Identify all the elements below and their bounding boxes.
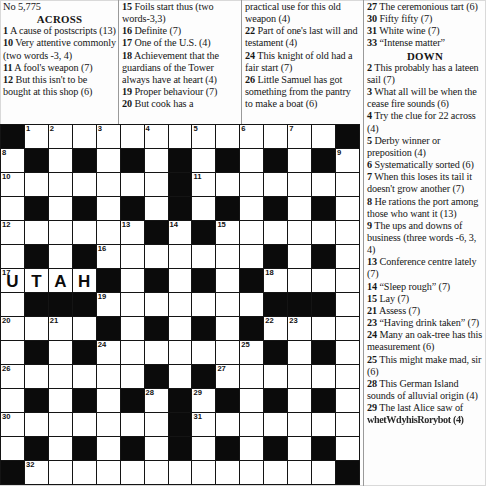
clue-column-3: practical use for this old weapon (4)22 …: [245, 1, 359, 110]
grid-cell[interactable]: [336, 341, 359, 364]
grid-cell[interactable]: [288, 245, 311, 268]
clue: 22 Part of one's last will and testament…: [245, 25, 359, 49]
grid-cell[interactable]: [97, 413, 120, 436]
grid-cell[interactable]: 4: [145, 125, 168, 148]
grid-block-cell: [25, 149, 48, 172]
grid-block-cell: [264, 389, 287, 412]
grid-block-cell: [169, 437, 192, 460]
grid-cell[interactable]: 9: [336, 149, 359, 172]
grid-cell[interactable]: T: [25, 269, 48, 292]
grid-cell[interactable]: [169, 461, 192, 484]
cell-number: 32: [26, 461, 34, 469]
grid-cell[interactable]: [216, 413, 239, 436]
grid-block-cell: [169, 197, 192, 220]
grid-cell[interactable]: 2: [49, 125, 72, 148]
grid-cell[interactable]: [97, 437, 120, 460]
grid-cell[interactable]: 18: [264, 269, 287, 292]
column-divider-2: [241, 0, 242, 124]
clue-column-1: No 5,775 ACROSS 1 A cause of postscripts…: [3, 1, 116, 98]
grid-block-cell: [73, 341, 96, 364]
cell-number: 27: [217, 365, 225, 373]
clue: 23 “Having drink taken” (7): [367, 317, 483, 329]
grid-block-cell: [1, 461, 24, 484]
grid-block-cell: [312, 389, 335, 412]
grid-cell[interactable]: [288, 149, 311, 172]
clue: 20 But cook has a: [122, 98, 238, 110]
crossword-grid: 1234567891011121314151617UTAH18192021222…: [1, 125, 359, 484]
grid-cell[interactable]: [97, 173, 120, 196]
grid-block-cell: [73, 389, 96, 412]
clue: 16 Definite (7): [122, 25, 238, 37]
clue: 31 White wine (7): [367, 25, 483, 37]
grid-cell[interactable]: [73, 221, 96, 244]
clue: 17 One of the U.S. (4): [122, 37, 238, 49]
grid-block-cell: [288, 293, 311, 316]
grid-cell[interactable]: [216, 125, 239, 148]
cell-number: 17: [2, 269, 10, 277]
grid-cell[interactable]: 3: [97, 125, 120, 148]
grid-cell[interactable]: [49, 149, 72, 172]
grid-cell[interactable]: [121, 269, 144, 292]
grid-block-cell: [312, 197, 335, 220]
across-clues-col1: 1 A cause of postscripts (13)10 Very att…: [3, 25, 116, 98]
grid-cell[interactable]: [264, 461, 287, 484]
cell-number: 7: [289, 125, 293, 133]
grid-block-cell: [216, 389, 239, 412]
cell-number: 5: [193, 125, 197, 133]
grid-cell[interactable]: 7: [288, 125, 311, 148]
grid-cell[interactable]: [288, 437, 311, 460]
clue: 11 A fool's weapon (7): [3, 62, 116, 74]
grid-cell[interactable]: [121, 461, 144, 484]
grid-block-cell: [192, 317, 215, 340]
cell-number: 10: [2, 173, 10, 181]
clue-column-4: 27 The ceremonious tart (6)30 Fifty fift…: [367, 1, 483, 485]
down-clues-col4: 2 This probably has a lateen sail (7)3 W…: [367, 62, 483, 415]
grid-cell[interactable]: 5: [192, 125, 215, 148]
clue: 1 A cause of postscripts (13): [3, 25, 116, 37]
grid-cell[interactable]: 1: [25, 125, 48, 148]
grid-cell[interactable]: 25: [240, 341, 263, 364]
grid-cell[interactable]: [145, 149, 168, 172]
grid-cell[interactable]: [73, 173, 96, 196]
grid-cell[interactable]: 23: [288, 317, 311, 340]
grid-cell[interactable]: 10: [1, 173, 24, 196]
grid-cell[interactable]: [49, 389, 72, 412]
cell-number: 4: [146, 125, 150, 133]
grid-cell[interactable]: [216, 317, 239, 340]
grid-cell[interactable]: [240, 389, 263, 412]
grid-cell[interactable]: [25, 365, 48, 388]
clue: 27 The ceremonious tart (6): [367, 1, 483, 13]
grid-block-cell: [25, 437, 48, 460]
grid-cell[interactable]: [97, 461, 120, 484]
grid-cell[interactable]: [121, 293, 144, 316]
clue: 9 The ups and downs of business (three w…: [367, 220, 483, 256]
grid-cell[interactable]: [336, 221, 359, 244]
grid-block-cell: [73, 197, 96, 220]
clue: 29 The last Alice saw of: [367, 402, 483, 414]
grid-block-cell: [73, 293, 96, 316]
grid-cell[interactable]: 19: [97, 293, 120, 316]
cell-letter: T: [31, 271, 41, 290]
grid-cell[interactable]: [240, 365, 263, 388]
cell-number: 11: [193, 173, 201, 181]
grid-cell[interactable]: [216, 245, 239, 268]
grid-cell[interactable]: 14: [169, 221, 192, 244]
grid-cell[interactable]: [336, 365, 359, 388]
grid-cell[interactable]: [97, 197, 120, 220]
grid-block-cell: [25, 341, 48, 364]
grid-cell[interactable]: [121, 365, 144, 388]
down-header: DOWN: [367, 50, 483, 62]
grid-cell[interactable]: [49, 173, 72, 196]
grid-cell[interactable]: [336, 317, 359, 340]
grid-block-cell: [121, 149, 144, 172]
grid-cell[interactable]: [240, 173, 263, 196]
grid-cell[interactable]: 31: [192, 413, 215, 436]
grid-cell[interactable]: 27: [216, 365, 239, 388]
clue: 5 Derby winner or preposition (4): [367, 135, 483, 159]
cell-number: 16: [98, 245, 106, 253]
grid-block-cell: [25, 197, 48, 220]
grid-cell[interactable]: [192, 437, 215, 460]
grid-cell[interactable]: [336, 269, 359, 292]
grid-cell[interactable]: [312, 125, 335, 148]
grid-cell[interactable]: [312, 173, 335, 196]
grid-block-cell: [264, 197, 287, 220]
grid-block-cell: [73, 149, 96, 172]
grid-cell[interactable]: [288, 461, 311, 484]
grid-cell[interactable]: [49, 461, 72, 484]
grid-cell[interactable]: [336, 293, 359, 316]
grid-cell[interactable]: [169, 293, 192, 316]
grid-cell[interactable]: [97, 221, 120, 244]
grid-cell[interactable]: 11: [192, 173, 215, 196]
grid-cell[interactable]: [288, 269, 311, 292]
cell-number: 28: [146, 389, 154, 397]
clue: 21 Assess (7): [367, 305, 483, 317]
grid-block-cell: [240, 269, 263, 292]
grid-cell[interactable]: 16: [97, 245, 120, 268]
grid-cell[interactable]: H: [73, 269, 96, 292]
grid-cell[interactable]: [264, 413, 287, 436]
clue: 30 Fifty fifty (7): [367, 13, 483, 25]
grid-cell[interactable]: [216, 293, 239, 316]
clue: 6 Systematically sorted (6): [367, 159, 483, 171]
grid-block-cell: [312, 293, 335, 316]
clue: 13 Conference centre lately (7): [367, 256, 483, 280]
grid-cell[interactable]: [1, 437, 24, 460]
grid-cell[interactable]: [121, 173, 144, 196]
grid-cell[interactable]: 32: [25, 461, 48, 484]
grid-block-cell: [25, 293, 48, 316]
clue: 24 This knight of old had a fair start (…: [245, 50, 359, 74]
grid-cell[interactable]: [216, 341, 239, 364]
grid-cell[interactable]: [264, 221, 287, 244]
grid-cell[interactable]: [49, 341, 72, 364]
grid-cell[interactable]: [145, 245, 168, 268]
grid-cell[interactable]: [240, 461, 263, 484]
grid-cell[interactable]: [145, 197, 168, 220]
grid-cell[interactable]: [169, 269, 192, 292]
cell-number: 15: [217, 221, 225, 229]
grid-cell[interactable]: [288, 389, 311, 412]
cell-number: 22: [265, 317, 273, 325]
grid-cell[interactable]: [49, 437, 72, 460]
grid-cell[interactable]: [169, 341, 192, 364]
grid-cell[interactable]: 17U: [1, 269, 24, 292]
grid-block-cell: [25, 389, 48, 412]
grid-cell[interactable]: [25, 221, 48, 244]
grid-cell[interactable]: [97, 149, 120, 172]
grid-cell[interactable]: 30: [1, 413, 24, 436]
grid-block-cell: [240, 317, 263, 340]
grid-cell[interactable]: [312, 269, 335, 292]
grid-block-cell: [121, 197, 144, 220]
clue: 10 Very attentive commonly (two words -3…: [3, 37, 116, 61]
grid-cell[interactable]: [312, 365, 335, 388]
grid-cell[interactable]: [240, 293, 263, 316]
grid-cell[interactable]: 26: [1, 365, 24, 388]
grid-block-cell: [312, 341, 335, 364]
grid-cell[interactable]: [240, 149, 263, 172]
cell-number: 29: [193, 389, 201, 397]
grid-cell[interactable]: 22: [264, 317, 287, 340]
grid-cell[interactable]: [192, 149, 215, 172]
across-header: ACROSS: [3, 13, 116, 25]
grid-block-cell: [264, 245, 287, 268]
grid-cell[interactable]: [216, 269, 239, 292]
garbled-watermark-line: whetWdyhisRorybot (4): [367, 415, 483, 427]
grid-cell[interactable]: [264, 173, 287, 196]
grid-cell[interactable]: [145, 413, 168, 436]
across-clues-col2: 15 Foils start thus (two words-3,3)16 De…: [122, 1, 238, 110]
grid-cell[interactable]: [25, 317, 48, 340]
grid-cell[interactable]: [240, 413, 263, 436]
cell-number: 8: [2, 149, 6, 157]
grid-block-cell: [169, 173, 192, 196]
cell-number: 26: [2, 365, 10, 373]
grid-block-cell: [264, 437, 287, 460]
grid-cell[interactable]: [336, 413, 359, 436]
grid-cell[interactable]: [73, 413, 96, 436]
clue: 15 Foils start thus (two words-3,3): [122, 1, 238, 25]
grid-cell[interactable]: [264, 125, 287, 148]
grid-cell[interactable]: [336, 437, 359, 460]
grid-block-cell: [169, 413, 192, 436]
grid-cell[interactable]: [192, 461, 215, 484]
grid-block-cell: [121, 437, 144, 460]
grid-cell[interactable]: [121, 245, 144, 268]
clue: 4 Try the clue for 22 across (4): [367, 110, 483, 134]
cell-number: 30: [2, 413, 10, 421]
grid-cell[interactable]: [192, 341, 215, 364]
column-divider-1: [118, 0, 119, 124]
grid-block-cell: [169, 389, 192, 412]
grid-cell[interactable]: [49, 365, 72, 388]
cell-number: 6: [241, 125, 245, 133]
grid-block-cell: [192, 269, 215, 292]
grid-cell[interactable]: [312, 317, 335, 340]
grid-cell[interactable]: 6: [240, 125, 263, 148]
grid-cell[interactable]: 20: [1, 317, 24, 340]
grid-cell[interactable]: 12: [1, 221, 24, 244]
grid-cell[interactable]: [336, 197, 359, 220]
grid-block-cell: [97, 269, 120, 292]
grid-cell[interactable]: [97, 365, 120, 388]
grid-block-cell: [73, 437, 96, 460]
clue: 19 Proper behaviour (7): [122, 86, 238, 98]
cell-number: 21: [50, 317, 58, 325]
grid-cell[interactable]: [169, 365, 192, 388]
grid-cell[interactable]: [312, 413, 335, 436]
grid-cell[interactable]: [1, 341, 24, 364]
cell-number: 24: [98, 341, 106, 349]
grid-cell[interactable]: 28: [145, 389, 168, 412]
grid-block-cell: [312, 437, 335, 460]
grid-cell[interactable]: 13: [121, 221, 144, 244]
grid-cell[interactable]: [145, 437, 168, 460]
clue: 26 Little Samuel has got something from …: [245, 74, 359, 110]
grid-cell[interactable]: [240, 197, 263, 220]
grid-cell[interactable]: [169, 125, 192, 148]
grid-block-cell: [169, 149, 192, 172]
grid-cell[interactable]: [288, 221, 311, 244]
clue: 28 This German Island sounds of alluvial…: [367, 378, 483, 402]
grid-cell[interactable]: [49, 413, 72, 436]
grid-cell[interactable]: [145, 461, 168, 484]
grid-block-cell: [336, 125, 359, 148]
grid-cell[interactable]: 8: [1, 149, 24, 172]
grid-cell[interactable]: [145, 341, 168, 364]
cell-letter: H: [78, 271, 90, 290]
grid-cell[interactable]: [192, 197, 215, 220]
grid-cell[interactable]: [73, 461, 96, 484]
grid-cell[interactable]: [25, 173, 48, 196]
grid-cell[interactable]: [216, 173, 239, 196]
grid-block-cell: [216, 437, 239, 460]
clue: 18 Achievement that the guardians of the…: [122, 50, 238, 86]
grid-cell[interactable]: A: [49, 269, 72, 292]
cell-letter: A: [54, 271, 66, 290]
grid-block-cell: [121, 389, 144, 412]
grid-block-cell: [145, 221, 168, 244]
grid-cell[interactable]: [312, 221, 335, 244]
grid-cell[interactable]: [336, 173, 359, 196]
grid-cell[interactable]: [336, 389, 359, 412]
grid-cell[interactable]: [121, 341, 144, 364]
grid-cell[interactable]: [192, 245, 215, 268]
grid-cell[interactable]: [288, 365, 311, 388]
grid-cell[interactable]: [312, 461, 335, 484]
clue: 25 This might make mad, sir (6): [367, 354, 483, 378]
grid-cell[interactable]: [121, 317, 144, 340]
grid-block-cell: [1, 125, 24, 148]
grid-cell[interactable]: [1, 245, 24, 268]
cell-number: 2: [50, 125, 54, 133]
clue: 15 Lay (7): [367, 293, 483, 305]
grid-cell[interactable]: [49, 221, 72, 244]
grid-cell[interactable]: [145, 173, 168, 196]
grid-cell[interactable]: [169, 245, 192, 268]
cell-number: 12: [2, 221, 10, 229]
grid-block-cell: [145, 269, 168, 292]
grid-cell[interactable]: [288, 173, 311, 196]
puzzle-number: No 5,775: [3, 1, 116, 13]
grid-cell[interactable]: 29: [192, 389, 215, 412]
grid-cell[interactable]: [49, 245, 72, 268]
grid-cell[interactable]: [73, 125, 96, 148]
cell-number: 13: [122, 221, 130, 229]
grid-block-cell: [336, 461, 359, 484]
grid-cell[interactable]: [145, 293, 168, 316]
grid-cell[interactable]: [49, 197, 72, 220]
grid-cell[interactable]: [336, 245, 359, 268]
grid-cell[interactable]: [1, 389, 24, 412]
grid-cell[interactable]: [240, 437, 263, 460]
cell-number: 31: [193, 413, 201, 421]
grid-cell[interactable]: [1, 293, 24, 316]
grid-cell[interactable]: [169, 317, 192, 340]
grid-cell[interactable]: 21: [49, 317, 72, 340]
grid-block-cell: [216, 149, 239, 172]
cell-number: 18: [265, 269, 273, 277]
grid-block-cell: [49, 293, 72, 316]
grid-cell[interactable]: [240, 221, 263, 244]
grid-block-cell: [264, 341, 287, 364]
grid-cell[interactable]: [264, 365, 287, 388]
cell-number: 23: [289, 317, 297, 325]
grid-block-cell: [216, 197, 239, 220]
grid-cell[interactable]: [1, 197, 24, 220]
crossword-grid-frame: 1234567891011121314151617UTAH18192021222…: [0, 124, 360, 485]
grid-cell[interactable]: [25, 413, 48, 436]
grid-cell[interactable]: 24: [97, 341, 120, 364]
grid-cell[interactable]: [121, 413, 144, 436]
grid-cell[interactable]: [73, 365, 96, 388]
clue: 14 “Sleep rough” (7): [367, 281, 483, 293]
cell-number: 25: [241, 341, 249, 349]
cell-number: 14: [170, 221, 178, 229]
grid-block-cell: [73, 245, 96, 268]
cell-number: 19: [98, 293, 106, 301]
grid-cell[interactable]: [192, 293, 215, 316]
grid-cell[interactable]: [288, 197, 311, 220]
clue: 33 “Intense matter”: [367, 37, 483, 49]
column-divider-3: [363, 0, 364, 486]
grid-block-cell: [145, 365, 168, 388]
clue: 3 What all will be when the cease fire s…: [367, 86, 483, 110]
crossword-page: No 5,775 ACROSS 1 A cause of postscripts…: [0, 0, 486, 486]
grid-block-cell: [264, 293, 287, 316]
grid-cell[interactable]: [216, 461, 239, 484]
grid-block-cell: [264, 149, 287, 172]
grid-block-cell: [97, 317, 120, 340]
grid-cell[interactable]: [73, 317, 96, 340]
clue: 2 This probably has a lateen sail (7): [367, 62, 483, 86]
grid-cell[interactable]: [288, 413, 311, 436]
grid-cell[interactable]: [240, 245, 263, 268]
grid-cell[interactable]: [121, 125, 144, 148]
cell-number: 20: [2, 317, 10, 325]
grid-cell[interactable]: [288, 341, 311, 364]
grid-cell[interactable]: [97, 389, 120, 412]
clue: 24 Many an oak-tree has this measurement…: [367, 329, 483, 353]
clue: practical use for this old weapon (4): [245, 1, 359, 25]
grid-cell[interactable]: 15: [216, 221, 239, 244]
grid-block-cell: [192, 221, 215, 244]
